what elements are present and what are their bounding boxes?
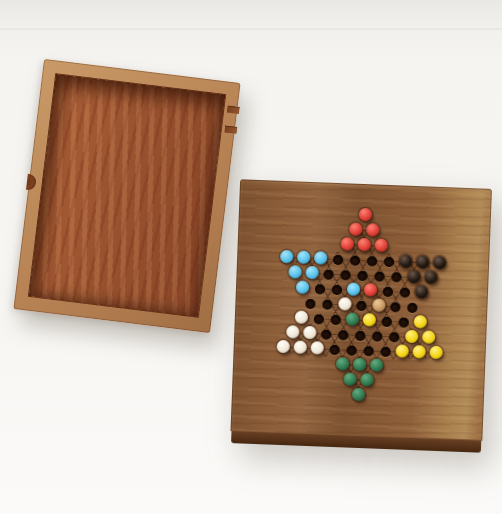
hole-r9-c5 — [351, 328, 369, 344]
peg-yellow[interactable] — [414, 315, 427, 328]
peg-yellow[interactable] — [395, 344, 408, 357]
hole-r8-c1 — [293, 310, 311, 326]
peg-black[interactable] — [399, 254, 412, 267]
peg-red[interactable] — [349, 222, 362, 235]
hole-r6-c6 — [379, 284, 397, 300]
peg-blue[interactable] — [288, 265, 301, 278]
hole-r10-c7 — [376, 344, 394, 360]
hole-r10-c9 — [410, 345, 428, 361]
drilled-hole — [322, 299, 332, 309]
hole-r6-c8 — [413, 285, 431, 301]
hole-r5-c1 — [286, 265, 304, 281]
peg-yellow[interactable] — [429, 346, 442, 359]
hole-r4-c4 — [329, 252, 347, 268]
hole-r9-c7 — [385, 329, 403, 345]
scene — [0, 0, 502, 514]
hole-r6-c7 — [396, 284, 414, 300]
hole-r10-c1 — [274, 340, 292, 356]
hole-r13-c1 — [349, 388, 367, 404]
hole-r11-c2 — [350, 358, 368, 374]
drilled-hole — [305, 298, 315, 308]
hole-r10-c6 — [359, 343, 377, 359]
peg-yellow[interactable] — [421, 330, 434, 343]
drilled-hole — [380, 346, 390, 356]
hole-r8-c4 — [344, 312, 362, 328]
hole-r11-c1 — [333, 357, 351, 373]
peg-green[interactable] — [369, 358, 382, 371]
hole-r5-c9 — [422, 270, 440, 286]
peg-red[interactable] — [366, 223, 379, 236]
drilled-hole — [329, 344, 339, 354]
peg-green[interactable] — [352, 358, 365, 371]
peg-white[interactable] — [303, 326, 316, 339]
hole-r8-c8 — [412, 315, 430, 331]
peg-green[interactable] — [335, 357, 348, 370]
hole-r7-c6 — [387, 299, 405, 315]
peg-yellow[interactable] — [412, 345, 425, 358]
hole-r9-c9 — [419, 330, 437, 346]
peg-blue[interactable] — [296, 280, 309, 293]
hole-r4-c2 — [295, 250, 313, 266]
chinese-checkers-board — [230, 179, 492, 452]
peg-blue[interactable] — [314, 251, 327, 264]
peg-red[interactable] — [357, 238, 370, 251]
peg-green[interactable] — [351, 388, 364, 401]
hole-r1-c1 — [356, 208, 374, 224]
drilled-hole — [381, 316, 391, 326]
hole-r5-c3 — [320, 266, 338, 282]
hole-r10-c2 — [291, 340, 309, 356]
hole-r4-c6 — [363, 253, 381, 269]
hole-r4-c5 — [346, 252, 364, 268]
box-joint-notch — [224, 125, 237, 133]
hole-r9-c3 — [317, 326, 335, 342]
peg-white[interactable] — [338, 297, 351, 310]
peg-green[interactable] — [360, 373, 373, 386]
peg-blue[interactable] — [297, 251, 310, 264]
drilled-hole — [366, 256, 376, 266]
hole-r9-c2 — [301, 326, 319, 342]
hole-r12-c1 — [341, 372, 359, 388]
peg-black[interactable] — [415, 285, 428, 298]
peg-black[interactable] — [424, 270, 437, 283]
hole-r8-c3 — [327, 312, 345, 328]
hole-r5-c4 — [337, 267, 355, 283]
drilled-hole — [340, 270, 350, 280]
peg-white[interactable] — [295, 310, 308, 323]
drilled-hole — [313, 314, 323, 324]
peg-yellow[interactable] — [405, 330, 418, 343]
drilled-hole — [407, 302, 417, 312]
peg-white[interactable] — [311, 341, 324, 354]
hole-r12-c2 — [358, 373, 376, 389]
drilled-hole — [383, 256, 393, 266]
drilled-hole — [398, 317, 408, 327]
board-face — [230, 179, 491, 440]
peg-black[interactable] — [433, 256, 446, 269]
box-interior — [28, 73, 226, 317]
peg-black[interactable] — [416, 255, 429, 268]
hole-r2-c2 — [364, 223, 382, 239]
backdrop-seam — [0, 28, 502, 31]
peg-yellow[interactable] — [363, 313, 376, 326]
hole-r5-c5 — [354, 268, 372, 284]
hole-r7-c1 — [302, 296, 320, 312]
peg-white[interactable] — [286, 325, 299, 338]
drilled-hole — [332, 254, 342, 264]
hole-r9-c1 — [284, 325, 302, 341]
hole-r7-c7 — [404, 300, 422, 316]
hole-r10-c3 — [308, 341, 326, 357]
drilled-hole — [331, 284, 341, 294]
hole-r8-c5 — [361, 313, 379, 329]
drilled-hole — [399, 287, 409, 297]
hole-r7-c4 — [353, 298, 371, 314]
hole-r3-c3 — [372, 238, 390, 254]
drilled-hole — [314, 284, 324, 294]
hole-r11-c3 — [367, 358, 385, 374]
peg-natural[interactable] — [372, 298, 385, 311]
drilled-hole — [321, 329, 331, 339]
hole-r5-c6 — [371, 268, 389, 284]
drilled-hole — [356, 300, 366, 310]
box-joint-notch — [227, 106, 240, 114]
hole-r6-c3 — [328, 282, 346, 298]
peg-red[interactable] — [358, 208, 371, 221]
hole-r9-c6 — [368, 328, 386, 344]
star-grid — [273, 205, 450, 406]
drilled-hole — [389, 332, 399, 342]
hole-r5-c7 — [388, 269, 406, 285]
drilled-hole — [346, 345, 356, 355]
drilled-hole — [363, 346, 373, 356]
drilled-hole — [390, 302, 400, 312]
hole-r6-c2 — [311, 281, 329, 297]
peg-white[interactable] — [294, 340, 307, 353]
drilled-hole — [357, 270, 367, 280]
hole-r3-c1 — [338, 237, 356, 253]
peg-red[interactable] — [340, 237, 353, 250]
hole-r6-c4 — [345, 282, 363, 298]
hole-r9-c4 — [334, 327, 352, 343]
hole-r8-c7 — [395, 314, 413, 330]
hole-r4-c10 — [431, 256, 449, 272]
peg-blue[interactable] — [305, 266, 318, 279]
peg-blue[interactable] — [280, 250, 293, 263]
peg-white[interactable] — [277, 340, 290, 353]
drilled-hole — [355, 330, 365, 340]
hole-r10-c10 — [427, 346, 445, 362]
hole-r7-c5 — [370, 298, 388, 314]
hole-r8-c2 — [310, 311, 328, 327]
drilled-hole — [349, 255, 359, 265]
drilled-hole — [372, 331, 382, 341]
peg-red[interactable] — [374, 238, 387, 251]
hole-r4-c8 — [397, 254, 415, 270]
drilled-hole — [330, 314, 340, 324]
hole-r9-c8 — [402, 330, 420, 346]
hole-r5-c8 — [405, 270, 423, 286]
box-lid — [13, 59, 240, 333]
hole-r5-c2 — [303, 266, 321, 282]
drilled-hole — [374, 271, 384, 281]
hole-r10-c8 — [393, 344, 411, 360]
hole-r6-c5 — [362, 283, 380, 299]
hole-r4-c1 — [278, 250, 296, 266]
hole-r7-c2 — [319, 296, 337, 312]
peg-red[interactable] — [364, 283, 377, 296]
hole-r4-c7 — [380, 254, 398, 270]
hole-r10-c5 — [342, 342, 360, 358]
hole-r3-c2 — [355, 238, 373, 254]
hole-r10-c4 — [325, 342, 343, 358]
hole-r4-c3 — [312, 251, 330, 267]
drilled-hole — [323, 269, 333, 279]
box-finger-notch — [26, 174, 37, 191]
drilled-hole — [391, 272, 401, 282]
drilled-hole — [382, 286, 392, 296]
hole-r2-c1 — [347, 222, 365, 238]
drilled-hole — [338, 330, 348, 340]
peg-green[interactable] — [343, 372, 356, 385]
peg-green[interactable] — [346, 312, 359, 325]
hole-r7-c3 — [336, 297, 354, 313]
hole-r4-c9 — [414, 255, 432, 271]
hole-r6-c1 — [294, 280, 312, 296]
peg-black[interactable] — [407, 270, 420, 283]
peg-blue[interactable] — [347, 282, 360, 295]
hole-r8-c6 — [378, 314, 396, 330]
